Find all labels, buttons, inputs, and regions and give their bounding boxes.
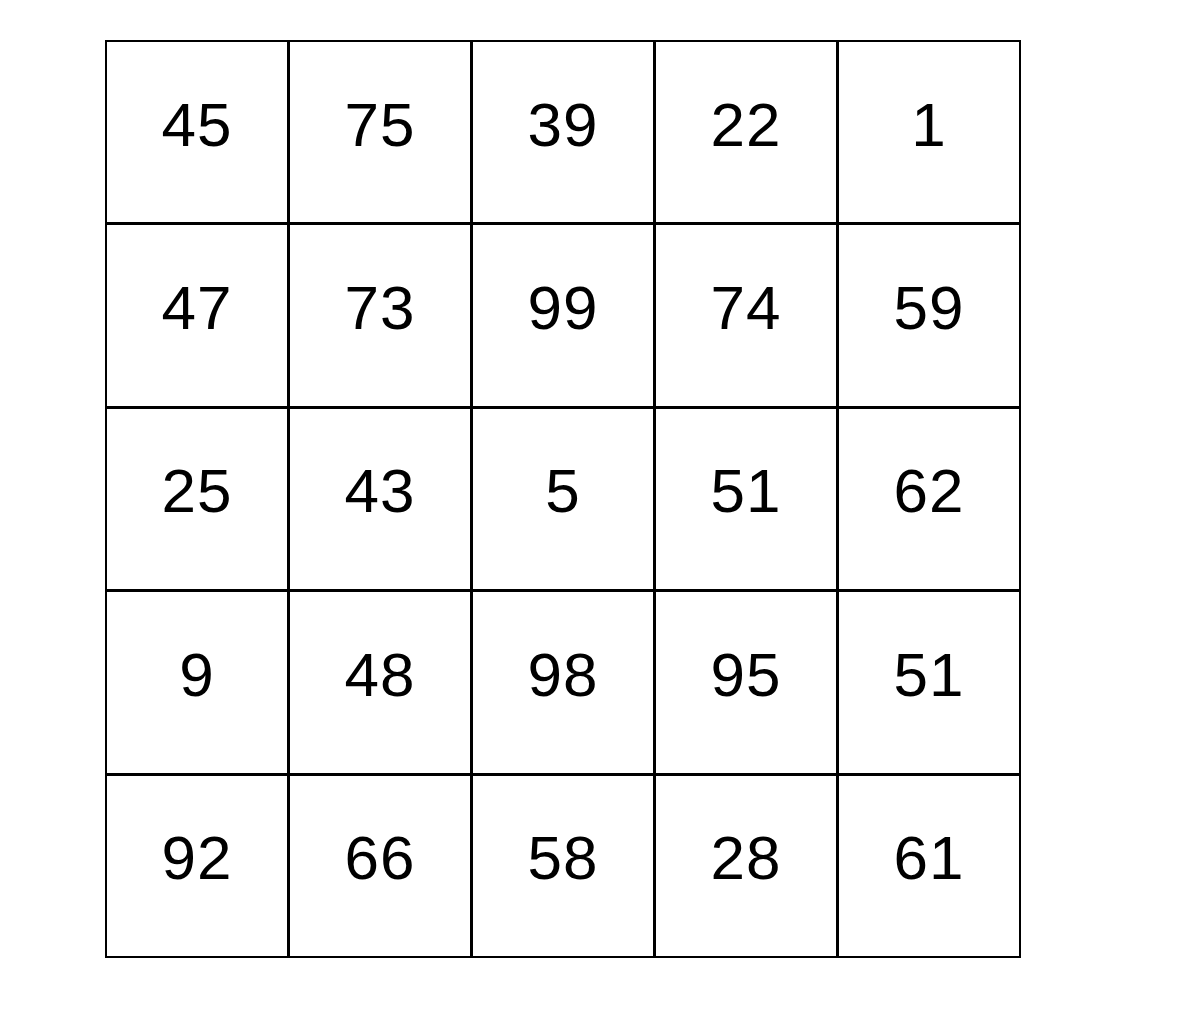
cell-r5c2[interactable]: 66 bbox=[290, 776, 470, 956]
cell-r3c5[interactable]: 62 bbox=[839, 409, 1019, 589]
cell-r1c2[interactable]: 75 bbox=[290, 42, 470, 222]
cell-r1c4[interactable]: 22 bbox=[656, 42, 836, 222]
cell-r5c5[interactable]: 61 bbox=[839, 776, 1019, 956]
cell-r1c3[interactable]: 39 bbox=[473, 42, 653, 222]
cell-r4c5[interactable]: 51 bbox=[839, 592, 1019, 772]
cell-r1c5[interactable]: 1 bbox=[839, 42, 1019, 222]
cell-r4c2[interactable]: 48 bbox=[290, 592, 470, 772]
cell-r2c2[interactable]: 73 bbox=[290, 225, 470, 405]
cell-r4c1[interactable]: 9 bbox=[107, 592, 287, 772]
cell-r2c3[interactable]: 99 bbox=[473, 225, 653, 405]
cell-r5c3[interactable]: 58 bbox=[473, 776, 653, 956]
cell-r2c4[interactable]: 74 bbox=[656, 225, 836, 405]
cell-r5c1[interactable]: 92 bbox=[107, 776, 287, 956]
cell-r3c2[interactable]: 43 bbox=[290, 409, 470, 589]
cell-r3c1[interactable]: 25 bbox=[107, 409, 287, 589]
cell-r3c4[interactable]: 51 bbox=[656, 409, 836, 589]
number-grid-board: 4575392214773997459254355162948989551926… bbox=[105, 40, 1021, 958]
cell-r2c5[interactable]: 59 bbox=[839, 225, 1019, 405]
cell-r1c1[interactable]: 45 bbox=[107, 42, 287, 222]
cell-r4c3[interactable]: 98 bbox=[473, 592, 653, 772]
page: 4575392214773997459254355162948989551926… bbox=[0, 0, 1200, 1019]
cell-r4c4[interactable]: 95 bbox=[656, 592, 836, 772]
cell-r3c3[interactable]: 5 bbox=[473, 409, 653, 589]
cell-r2c1[interactable]: 47 bbox=[107, 225, 287, 405]
cell-r5c4[interactable]: 28 bbox=[656, 776, 836, 956]
